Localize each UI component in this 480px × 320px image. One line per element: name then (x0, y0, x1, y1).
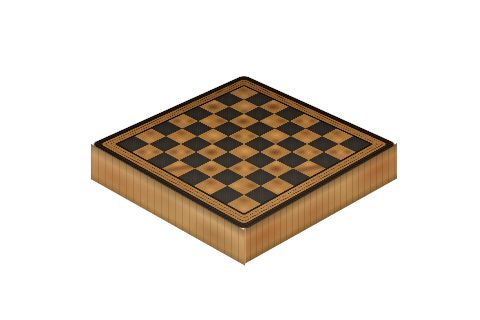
square-e2[interactable] (195, 160, 228, 177)
square-d5[interactable] (228, 129, 259, 144)
square-g5[interactable] (276, 152, 308, 169)
square-f5[interactable] (260, 144, 292, 160)
square-h4[interactable] (277, 169, 310, 186)
square-d2[interactable] (179, 152, 211, 169)
square-e6[interactable] (260, 129, 291, 144)
square-c8[interactable] (259, 100, 289, 114)
square-b8[interactable] (244, 93, 274, 107)
square-e7[interactable] (275, 121, 306, 136)
square-c7[interactable] (244, 107, 274, 121)
square-f1[interactable] (194, 177, 227, 195)
square-e8[interactable] (290, 114, 321, 129)
square-a6[interactable] (199, 100, 229, 114)
square-e4[interactable] (228, 144, 260, 160)
square-g6[interactable] (292, 144, 324, 160)
square-d6[interactable] (244, 121, 275, 136)
square-h1[interactable] (227, 195, 261, 214)
square-a7[interactable] (214, 93, 244, 107)
square-d4[interactable] (212, 136, 244, 152)
square-c5[interactable] (213, 121, 244, 136)
square-g4[interactable] (260, 160, 293, 177)
square-g3[interactable] (244, 169, 277, 186)
square-a4[interactable] (168, 114, 199, 129)
square-g2[interactable] (227, 177, 260, 195)
square-h2[interactable] (244, 186, 278, 204)
square-h8[interactable] (339, 136, 371, 152)
square-h3[interactable] (261, 177, 294, 195)
square-h7[interactable] (324, 144, 356, 160)
square-a2[interactable] (135, 129, 166, 144)
leather-trim-border (91, 75, 396, 230)
square-b2[interactable] (149, 136, 181, 152)
square-e3[interactable] (212, 152, 244, 169)
product-photo-canvas (0, 0, 480, 320)
square-g7[interactable] (307, 136, 339, 152)
square-c3[interactable] (181, 136, 213, 152)
square-d3[interactable] (196, 144, 228, 160)
square-a8[interactable] (229, 86, 258, 100)
square-a3[interactable] (151, 121, 182, 136)
square-f4[interactable] (244, 152, 276, 169)
square-h5[interactable] (293, 160, 326, 177)
square-d1[interactable] (162, 160, 195, 177)
square-f3[interactable] (228, 160, 261, 177)
square-b3[interactable] (166, 129, 197, 144)
square-c2[interactable] (164, 144, 196, 160)
square-d8[interactable] (274, 107, 304, 121)
square-b5[interactable] (198, 114, 229, 129)
square-a1[interactable] (118, 136, 150, 152)
square-g8[interactable] (322, 129, 353, 144)
square-e5[interactable] (244, 136, 276, 152)
square-b1[interactable] (132, 144, 164, 160)
chessboard (91, 75, 396, 230)
square-c4[interactable] (197, 129, 228, 144)
square-b7[interactable] (229, 100, 259, 114)
square-f8[interactable] (306, 121, 337, 136)
square-b6[interactable] (214, 107, 244, 121)
square-f7[interactable] (291, 129, 322, 144)
square-a5[interactable] (184, 107, 214, 121)
square-e1[interactable] (178, 169, 211, 186)
square-f2[interactable] (211, 169, 244, 186)
square-b4[interactable] (182, 121, 213, 136)
square-f6[interactable] (276, 136, 308, 152)
square-c6[interactable] (229, 114, 260, 129)
square-g1[interactable] (210, 186, 244, 204)
square-d7[interactable] (259, 114, 290, 129)
square-h6[interactable] (309, 152, 341, 169)
square-c1[interactable] (147, 152, 179, 169)
